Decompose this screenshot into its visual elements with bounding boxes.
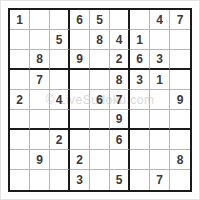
sudoku-cell[interactable] — [10, 110, 30, 130]
sudoku-cell[interactable]: 7 — [30, 70, 50, 90]
sudoku-cell[interactable] — [70, 90, 90, 110]
sudoku-cell[interactable]: 2 — [110, 50, 130, 70]
sudoku-cell[interactable]: 7 — [110, 90, 130, 110]
sudoku-cell[interactable]: 8 — [170, 150, 190, 170]
sudoku-cell[interactable] — [10, 30, 30, 50]
sudoku-cell[interactable] — [50, 110, 70, 130]
sudoku-cell[interactable]: 4 — [150, 10, 170, 30]
sudoku-cell[interactable]: 2 — [10, 90, 30, 110]
sudoku-cell[interactable] — [10, 50, 30, 70]
sudoku-cell[interactable] — [90, 70, 110, 90]
sudoku-cell[interactable] — [90, 50, 110, 70]
sudoku-cell[interactable] — [30, 30, 50, 50]
sudoku-cell[interactable]: 3 — [150, 50, 170, 70]
sudoku-cell[interactable] — [130, 130, 150, 150]
sudoku-cell[interactable]: 9 — [70, 50, 90, 70]
sudoku-cell[interactable]: 9 — [30, 150, 50, 170]
sudoku-cell[interactable] — [50, 50, 70, 70]
sudoku-cell[interactable] — [90, 170, 110, 190]
sudoku-cell[interactable] — [170, 30, 190, 50]
sudoku-cell[interactable]: 1 — [130, 30, 150, 50]
sudoku-cell[interactable]: 3 — [70, 170, 90, 190]
sudoku-cell[interactable] — [170, 170, 190, 190]
sudoku-cell[interactable] — [70, 70, 90, 90]
sudoku-cell[interactable]: 8 — [90, 30, 110, 50]
sudoku-cell[interactable]: 6 — [110, 130, 130, 150]
sudoku-cell[interactable] — [10, 70, 30, 90]
sudoku-cell[interactable] — [90, 110, 110, 130]
sudoku-cell[interactable] — [10, 130, 30, 150]
sudoku-cell[interactable]: 1 — [150, 70, 170, 90]
sudoku-cell[interactable]: 1 — [10, 10, 30, 30]
sudoku-cell[interactable]: 2 — [70, 150, 90, 170]
sudoku-cell[interactable]: 8 — [30, 50, 50, 70]
sudoku-cell[interactable] — [150, 130, 170, 150]
sudoku-cell[interactable] — [70, 30, 90, 50]
sudoku-cell[interactable]: 5 — [110, 170, 130, 190]
sudoku-cell[interactable] — [30, 130, 50, 150]
sudoku-cell[interactable] — [10, 170, 30, 190]
sudoku-cell[interactable] — [170, 110, 190, 130]
sudoku-cell[interactable]: 2 — [50, 130, 70, 150]
sudoku-cell[interactable]: 5 — [90, 10, 110, 30]
sudoku-cell[interactable] — [110, 150, 130, 170]
sudoku-cell[interactable] — [30, 90, 50, 110]
sudoku-cell[interactable] — [170, 50, 190, 70]
sudoku-cell[interactable] — [150, 30, 170, 50]
sudoku-cell[interactable] — [30, 110, 50, 130]
sudoku-cell[interactable] — [50, 10, 70, 30]
sudoku-cell[interactable] — [130, 170, 150, 190]
sudoku-cell[interactable]: 6 — [130, 50, 150, 70]
sudoku-cell[interactable] — [130, 10, 150, 30]
sudoku-cell[interactable]: 8 — [110, 70, 130, 90]
sudoku-cell[interactable]: 5 — [50, 30, 70, 50]
sudoku-cell[interactable] — [10, 150, 30, 170]
sudoku-page: © LiveSudoku.com 16547584189263783124679… — [0, 0, 200, 200]
sudoku-cell[interactable] — [110, 10, 130, 30]
sudoku-cell[interactable] — [50, 170, 70, 190]
sudoku-cell[interactable]: 9 — [110, 110, 130, 130]
sudoku-cell[interactable] — [150, 110, 170, 130]
sudoku-cell[interactable] — [70, 130, 90, 150]
sudoku-cell[interactable] — [130, 150, 150, 170]
sudoku-cell[interactable]: 6 — [70, 10, 90, 30]
sudoku-cell[interactable] — [150, 90, 170, 110]
sudoku-cell[interactable] — [90, 150, 110, 170]
sudoku-cell[interactable]: 4 — [50, 90, 70, 110]
sudoku-cell[interactable] — [170, 130, 190, 150]
sudoku-cell[interactable] — [30, 10, 50, 30]
sudoku-cell[interactable]: 9 — [170, 90, 190, 110]
sudoku-cell[interactable] — [150, 150, 170, 170]
sudoku-cell[interactable]: 4 — [110, 30, 130, 50]
sudoku-cell[interactable]: 7 — [150, 170, 170, 190]
sudoku-cell[interactable]: 6 — [90, 90, 110, 110]
sudoku-board: © LiveSudoku.com 16547584189263783124679… — [8, 8, 192, 192]
sudoku-cell[interactable] — [130, 110, 150, 130]
sudoku-cell[interactable] — [130, 90, 150, 110]
sudoku-cell[interactable] — [50, 150, 70, 170]
sudoku-cell[interactable] — [70, 110, 90, 130]
sudoku-cell[interactable]: 7 — [170, 10, 190, 30]
sudoku-cell[interactable] — [30, 170, 50, 190]
sudoku-cell[interactable] — [50, 70, 70, 90]
sudoku-cell[interactable] — [170, 70, 190, 90]
sudoku-cell[interactable]: 3 — [130, 70, 150, 90]
sudoku-cell[interactable] — [90, 130, 110, 150]
